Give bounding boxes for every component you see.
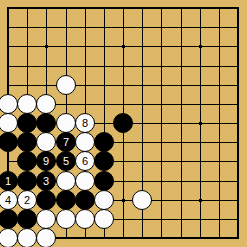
white-stone[interactable] [0,228,18,247]
white-stone[interactable] [132,190,152,210]
white-stone[interactable] [36,132,56,152]
white-stone[interactable] [17,228,37,247]
white-stone[interactable] [75,132,95,152]
move-number-label: 6 [82,156,88,167]
black-stone[interactable] [17,113,37,133]
star-point [122,199,125,202]
white-stone[interactable] [56,171,76,191]
white-stone[interactable] [17,94,37,114]
move-number-label: 3 [43,176,49,187]
black-stone[interactable] [17,209,37,229]
white-stone[interactable] [56,209,76,229]
move-6-stone[interactable]: 6 [75,151,95,171]
white-stone[interactable] [36,209,56,229]
black-stone[interactable] [17,171,37,191]
white-stone[interactable] [56,75,76,95]
star-point [199,122,202,125]
move-7-stone[interactable]: 7 [56,132,76,152]
black-stone[interactable] [113,113,133,133]
white-stone[interactable] [75,171,95,191]
black-stone[interactable] [94,132,114,152]
white-stone[interactable] [94,209,114,229]
black-stone[interactable] [94,171,114,191]
move-number-label: 1 [5,176,11,187]
white-stone[interactable] [36,94,56,114]
move-number-label: 8 [82,118,88,129]
go-diagram: 879561342 [0,0,247,247]
white-stone[interactable] [94,190,114,210]
move-2-stone[interactable]: 2 [17,190,37,210]
star-point [199,199,202,202]
black-stone[interactable] [36,190,56,210]
move-number-label: 5 [63,156,69,167]
black-stone[interactable] [17,132,37,152]
move-number-label: 2 [24,195,30,206]
star-point [122,45,125,48]
white-stone[interactable] [36,228,56,247]
go-board[interactable]: 879561342 [0,0,247,247]
star-point [45,45,48,48]
white-stone[interactable] [56,113,76,133]
move-3-stone[interactable]: 3 [36,171,56,191]
black-stone[interactable] [17,151,37,171]
black-stone[interactable] [36,113,56,133]
white-stone[interactable] [75,209,95,229]
move-number-label: 7 [63,137,69,148]
move-8-stone[interactable]: 8 [75,113,95,133]
black-stone[interactable] [56,190,76,210]
move-5-stone[interactable]: 5 [56,151,76,171]
black-stone[interactable] [94,151,114,171]
move-number-label: 4 [5,195,11,206]
move-number-label: 9 [43,156,49,167]
black-stone[interactable] [75,190,95,210]
star-point [199,45,202,48]
move-9-stone[interactable]: 9 [36,151,56,171]
